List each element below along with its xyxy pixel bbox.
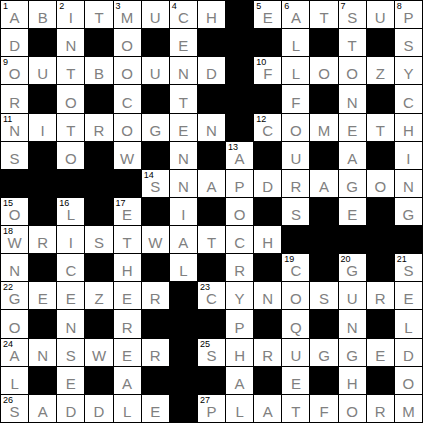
block-r1c5: [142, 29, 169, 56]
cell-r10c13[interactable]: R: [367, 282, 394, 309]
cell-r1c6[interactable]: E: [170, 29, 197, 56]
cell-r8c8[interactable]: C: [226, 226, 253, 253]
cell-r5c12[interactable]: A: [339, 142, 366, 169]
cell-r0c10[interactable]: 6A: [282, 1, 309, 28]
cell-letter: R: [37, 235, 48, 253]
cell-r10c11[interactable]: S: [310, 282, 337, 309]
cell-r0c9[interactable]: 5E: [254, 1, 281, 28]
cell-r10c8[interactable]: Y: [226, 282, 253, 309]
cell-letter: O: [121, 123, 133, 141]
cell-letter: O: [374, 179, 386, 197]
cell-r10c3[interactable]: Z: [85, 282, 112, 309]
block-r13c13: [367, 367, 394, 394]
cell-letter: W: [120, 151, 134, 169]
cell-letter: D: [94, 404, 105, 422]
block-r3c5: [142, 85, 169, 112]
cell-r2c6[interactable]: N: [170, 57, 197, 84]
cell-r4c0[interactable]: 11N: [1, 114, 28, 141]
block-r3c11: [310, 85, 337, 112]
cell-r14c13[interactable]: R: [367, 395, 394, 422]
clue-number: 19: [284, 255, 294, 264]
cell-r12c0[interactable]: 24A: [1, 339, 28, 366]
cell-r1c12[interactable]: T: [339, 29, 366, 56]
cell-letter: T: [291, 404, 300, 422]
cell-r4c4[interactable]: O: [114, 114, 141, 141]
block-r3c9: [254, 85, 281, 112]
cell-r0c0[interactable]: 1A: [1, 1, 28, 28]
cell-letter: I: [406, 151, 410, 169]
cell-letter: N: [178, 66, 189, 84]
clue-number: 1: [3, 2, 8, 11]
cell-r14c4[interactable]: L: [114, 395, 141, 422]
cell-r12c3[interactable]: W: [85, 339, 112, 366]
block-r5c9: [254, 142, 281, 169]
block-r11c11: [310, 310, 337, 337]
cell-letter: T: [66, 66, 75, 84]
cell-r5c8[interactable]: 13A: [226, 142, 253, 169]
cell-letter: W: [7, 235, 21, 253]
cell-letter: R: [122, 320, 133, 338]
cell-r11c14[interactable]: L: [395, 310, 422, 337]
cell-r13c14[interactable]: O: [395, 367, 422, 394]
cell-r14c1[interactable]: A: [29, 395, 56, 422]
cell-r10c4[interactable]: E: [114, 282, 141, 309]
cell-r13c12[interactable]: H: [339, 367, 366, 394]
cell-letter: A: [38, 404, 48, 422]
block-r8c12: [339, 226, 366, 253]
cell-letter: H: [347, 376, 358, 394]
block-r3c3: [85, 85, 112, 112]
cell-r2c12[interactable]: O: [339, 57, 366, 84]
cell-letter: D: [9, 38, 20, 56]
cell-r14c10[interactable]: T: [282, 395, 309, 422]
cell-letter: A: [206, 179, 216, 197]
cell-r7c10[interactable]: S: [282, 198, 309, 225]
cell-r4c7[interactable]: N: [198, 114, 225, 141]
cell-letter: C: [234, 235, 245, 253]
cell-letter: N: [206, 123, 217, 141]
cell-r12c11[interactable]: G: [310, 339, 337, 366]
cell-r0c1[interactable]: B: [29, 1, 56, 28]
cell-r11c0[interactable]: O: [1, 310, 28, 337]
cell-r8c4[interactable]: T: [114, 226, 141, 253]
cell-r10c14[interactable]: E: [395, 282, 422, 309]
cell-r5c10[interactable]: U: [282, 142, 309, 169]
cell-letter: L: [404, 320, 412, 338]
clue-number: 11: [3, 115, 12, 124]
cell-r3c14[interactable]: C: [395, 85, 422, 112]
cell-r7c14[interactable]: G: [395, 198, 422, 225]
cell-letter: M: [402, 404, 415, 422]
cell-r1c14[interactable]: S: [395, 29, 422, 56]
block-r11c9: [254, 310, 281, 337]
cell-letter: E: [178, 38, 188, 56]
cell-letter: E: [347, 123, 357, 141]
cell-r4c10[interactable]: O: [282, 114, 309, 141]
cell-letter: P: [235, 179, 245, 197]
block-r13c9: [254, 367, 281, 394]
cell-letter: D: [262, 179, 273, 197]
cell-r8c6[interactable]: A: [170, 226, 197, 253]
cell-letter: S: [66, 348, 76, 366]
cell-r6c11[interactable]: A: [310, 170, 337, 197]
cell-r14c14[interactable]: M: [395, 395, 422, 422]
cell-letter: L: [67, 207, 75, 225]
cell-r9c2[interactable]: C: [57, 254, 84, 281]
cell-r12c2[interactable]: S: [57, 339, 84, 366]
cell-letter: R: [234, 263, 245, 281]
block-r14c6: [170, 395, 197, 422]
cell-r14c5[interactable]: E: [142, 395, 169, 422]
cell-letter: C: [262, 123, 273, 141]
cell-r6c5[interactable]: 14S: [142, 170, 169, 197]
cell-r0c12[interactable]: 7S: [339, 1, 366, 28]
cell-r8c1[interactable]: R: [29, 226, 56, 253]
clue-number: 20: [341, 255, 351, 264]
cell-letter: R: [375, 291, 386, 309]
cell-r14c3[interactable]: D: [85, 395, 112, 422]
crossword-grid: 1AB2IT3MU4CH5E6AT7SU8PDNOELTS9OUTBOUND10…: [0, 0, 423, 423]
cell-r6c7[interactable]: A: [198, 170, 225, 197]
cell-r9c0[interactable]: N: [1, 254, 28, 281]
cell-r6c13[interactable]: O: [367, 170, 394, 197]
cell-r7c12[interactable]: E: [339, 198, 366, 225]
cell-letter: O: [121, 38, 133, 56]
block-r6c3: [85, 170, 112, 197]
block-r3c13: [367, 85, 394, 112]
block-r9c9: [254, 254, 281, 281]
cell-letter: E: [122, 291, 132, 309]
block-r13c5: [142, 367, 169, 394]
cell-r8c9[interactable]: H: [254, 226, 281, 253]
cell-letter: O: [9, 320, 21, 338]
cell-r12c12[interactable]: G: [339, 339, 366, 366]
cell-r14c11[interactable]: F: [310, 395, 337, 422]
cell-letter: N: [178, 151, 189, 169]
cell-r9c4[interactable]: H: [114, 254, 141, 281]
block-r4c8: [226, 114, 253, 141]
cell-r9c12[interactable]: 20G: [339, 254, 366, 281]
cell-r6c10[interactable]: R: [282, 170, 309, 197]
cell-letter: C: [403, 95, 414, 113]
cell-r14c0[interactable]: 26S: [1, 395, 28, 422]
cell-r4c1[interactable]: I: [29, 114, 56, 141]
cell-r1c2[interactable]: N: [57, 29, 84, 56]
block-r6c4: [114, 170, 141, 197]
clue-number: 14: [144, 171, 154, 180]
cell-r2c7[interactable]: D: [198, 57, 225, 84]
cell-r6c9[interactable]: D: [254, 170, 281, 197]
cell-letter: S: [150, 179, 160, 197]
cell-r4c13[interactable]: T: [367, 114, 394, 141]
cell-letter: G: [9, 291, 21, 309]
cell-r2c2[interactable]: T: [57, 57, 84, 84]
cell-r10c5[interactable]: R: [142, 282, 169, 309]
block-r1c11: [310, 29, 337, 56]
clue-number: 8: [397, 2, 402, 11]
cell-r14c12[interactable]: O: [339, 395, 366, 422]
cell-r10c9[interactable]: N: [254, 282, 281, 309]
cell-r1c10[interactable]: L: [282, 29, 309, 56]
cell-r4c11[interactable]: M: [310, 114, 337, 141]
block-r9c1: [29, 254, 56, 281]
cell-r5c0[interactable]: S: [1, 142, 28, 169]
clue-number: 6: [284, 2, 289, 11]
clue-number: 5: [256, 2, 261, 11]
cell-r11c2[interactable]: N: [57, 310, 84, 337]
cell-letter: T: [66, 123, 75, 141]
cell-r3c12[interactable]: N: [339, 85, 366, 112]
cell-letter: S: [10, 151, 20, 169]
cell-letter: T: [123, 235, 132, 253]
cell-letter: T: [376, 123, 385, 141]
cell-r0c14[interactable]: 8P: [395, 1, 422, 28]
cell-letter: O: [9, 66, 21, 84]
cell-letter: Q: [290, 320, 302, 338]
cell-r8c3[interactable]: S: [85, 226, 112, 253]
cell-r11c12[interactable]: N: [339, 310, 366, 337]
cell-r10c0[interactable]: 22G: [1, 282, 28, 309]
cell-letter: S: [206, 348, 216, 366]
clue-number: 22: [3, 283, 13, 292]
cell-r2c14[interactable]: Y: [395, 57, 422, 84]
cell-letter: L: [10, 376, 18, 394]
cell-letter: O: [403, 376, 415, 394]
cell-r8c0[interactable]: 18W: [1, 226, 28, 253]
cell-r2c11[interactable]: O: [310, 57, 337, 84]
clue-number: 13: [228, 143, 238, 152]
cell-r11c4[interactable]: R: [114, 310, 141, 337]
cell-letter: O: [290, 291, 302, 309]
cell-r6c14[interactable]: N: [395, 170, 422, 197]
cell-r6c6[interactable]: N: [170, 170, 197, 197]
cell-letter: B: [94, 66, 104, 84]
block-r0c8: [226, 1, 253, 28]
cell-letter: C: [206, 291, 217, 309]
cell-letter: O: [346, 404, 358, 422]
block-r11c13: [367, 310, 394, 337]
cell-letter: G: [149, 123, 161, 141]
cell-r0c13[interactable]: U: [367, 1, 394, 28]
cell-r8c7[interactable]: T: [198, 226, 225, 253]
cell-r7c0[interactable]: 15O: [1, 198, 28, 225]
cell-r2c1[interactable]: U: [29, 57, 56, 84]
cell-r4c9[interactable]: 12C: [254, 114, 281, 141]
cell-r13c2[interactable]: E: [57, 367, 84, 394]
cell-letter: S: [347, 10, 357, 28]
cell-letter: U: [347, 291, 358, 309]
clue-number: 2: [59, 2, 64, 11]
cell-r12c4[interactable]: E: [114, 339, 141, 366]
cell-r2c4[interactable]: O: [114, 57, 141, 84]
cell-r2c3[interactable]: B: [85, 57, 112, 84]
cell-r12c14[interactable]: D: [395, 339, 422, 366]
cell-letter: R: [9, 95, 20, 113]
cell-letter: E: [263, 10, 273, 28]
cell-letter: S: [403, 38, 413, 56]
cell-r3c10[interactable]: F: [282, 85, 309, 112]
cell-r5c14[interactable]: I: [395, 142, 422, 169]
cell-letter: O: [9, 207, 21, 225]
cell-r14c2[interactable]: D: [57, 395, 84, 422]
cell-letter: E: [38, 291, 48, 309]
block-r5c3: [85, 142, 112, 169]
cell-letter: N: [65, 38, 76, 56]
cell-r3c2[interactable]: O: [57, 85, 84, 112]
block-r11c3: [85, 310, 112, 337]
cell-r14c8[interactable]: L: [226, 395, 253, 422]
clue-number: 4: [172, 2, 177, 11]
cell-letter: U: [150, 10, 161, 28]
cell-r8c5[interactable]: W: [142, 226, 169, 253]
block-r1c9: [254, 29, 281, 56]
cell-letter: Y: [235, 291, 245, 309]
cell-r9c8[interactable]: R: [226, 254, 253, 281]
cell-letter: F: [291, 95, 300, 113]
cell-r3c0[interactable]: R: [1, 85, 28, 112]
cell-r12c1[interactable]: N: [29, 339, 56, 366]
block-r6c1: [29, 170, 56, 197]
cell-r13c4[interactable]: A: [114, 367, 141, 394]
cell-r1c4[interactable]: O: [114, 29, 141, 56]
cell-r5c4[interactable]: W: [114, 142, 141, 169]
cell-r10c7[interactable]: 23C: [198, 282, 225, 309]
cell-r0c7[interactable]: H: [198, 1, 225, 28]
cell-r9c10[interactable]: 19C: [282, 254, 309, 281]
cell-r10c10[interactable]: O: [282, 282, 309, 309]
block-r3c7: [198, 85, 225, 112]
cell-letter: G: [346, 348, 358, 366]
clue-number: 21: [397, 255, 407, 264]
cell-r14c9[interactable]: A: [254, 395, 281, 422]
cell-letter: T: [319, 10, 328, 28]
cell-letter: G: [318, 348, 330, 366]
cell-r11c10[interactable]: Q: [282, 310, 309, 337]
block-r1c8: [226, 29, 253, 56]
cell-letter: A: [178, 235, 188, 253]
cell-letter: N: [262, 291, 273, 309]
cell-r9c6[interactable]: L: [170, 254, 197, 281]
block-r13c6: [170, 367, 197, 394]
cell-letter: G: [346, 263, 358, 281]
block-r8c13: [367, 226, 394, 253]
cell-letter: S: [94, 235, 104, 253]
cell-r0c3[interactable]: T: [85, 1, 112, 28]
cell-r10c2[interactable]: E: [57, 282, 84, 309]
cell-letter: U: [375, 10, 386, 28]
cell-r6c8[interactable]: P: [226, 170, 253, 197]
cell-r2c0[interactable]: 9O: [1, 57, 28, 84]
cell-letter: A: [10, 10, 20, 28]
cell-r13c0[interactable]: L: [1, 367, 28, 394]
cell-r7c6[interactable]: I: [170, 198, 197, 225]
cell-r4c3[interactable]: R: [85, 114, 112, 141]
cell-letter: T: [179, 95, 188, 113]
cell-r7c2[interactable]: 16L: [57, 198, 84, 225]
block-r13c11: [310, 367, 337, 394]
cell-r0c5[interactable]: U: [142, 1, 169, 28]
cell-letter: U: [150, 66, 161, 84]
cell-r4c6[interactable]: E: [170, 114, 197, 141]
cell-r0c2[interactable]: 2I: [57, 1, 84, 28]
cell-r4c12[interactable]: E: [339, 114, 366, 141]
clue-number: 27: [200, 396, 210, 405]
cell-r6c12[interactable]: G: [339, 170, 366, 197]
cell-r7c4[interactable]: 17E: [114, 198, 141, 225]
block-r7c5: [142, 198, 169, 225]
block-r7c7: [198, 198, 225, 225]
cell-letter: A: [319, 179, 329, 197]
cell-r4c5[interactable]: G: [142, 114, 169, 141]
cell-r12c13[interactable]: E: [367, 339, 394, 366]
cell-letter: T: [207, 235, 216, 253]
cell-letter: E: [122, 348, 132, 366]
clue-number: 18: [3, 227, 13, 236]
cell-r12c7[interactable]: 25S: [198, 339, 225, 366]
clue-number: 10: [256, 58, 266, 67]
cell-r14c7[interactable]: 27P: [198, 395, 225, 422]
cell-r0c4[interactable]: 3M: [114, 1, 141, 28]
cell-r3c6[interactable]: T: [170, 85, 197, 112]
cell-r2c10[interactable]: L: [282, 57, 309, 84]
cell-r10c1[interactable]: E: [29, 282, 56, 309]
clue-number: 23: [200, 283, 210, 292]
cell-r8c2[interactable]: I: [57, 226, 84, 253]
cell-r3c4[interactable]: C: [114, 85, 141, 112]
cell-r5c6[interactable]: N: [170, 142, 197, 169]
cell-r0c11[interactable]: T: [310, 1, 337, 28]
cell-letter: T: [348, 38, 357, 56]
cell-r12c8[interactable]: H: [226, 339, 253, 366]
cell-r12c5[interactable]: R: [142, 339, 169, 366]
cell-r10c12[interactable]: U: [339, 282, 366, 309]
cell-letter: C: [122, 95, 133, 113]
cell-r13c8[interactable]: A: [226, 367, 253, 394]
cell-r1c0[interactable]: D: [1, 29, 28, 56]
cell-r2c13[interactable]: Z: [367, 57, 394, 84]
cell-r11c8[interactable]: P: [226, 310, 253, 337]
cell-letter: O: [346, 66, 358, 84]
cell-r2c5[interactable]: U: [142, 57, 169, 84]
cell-r13c10[interactable]: E: [282, 367, 309, 394]
block-r11c7: [198, 310, 225, 337]
clue-number: 16: [59, 199, 69, 208]
cell-r4c2[interactable]: T: [57, 114, 84, 141]
cell-r9c14[interactable]: 21S: [395, 254, 422, 281]
block-r13c1: [29, 367, 56, 394]
cell-r7c8[interactable]: O: [226, 198, 253, 225]
cell-r12c9[interactable]: R: [254, 339, 281, 366]
block-r7c3: [85, 198, 112, 225]
cell-letter: N: [9, 123, 20, 141]
clue-number: 12: [256, 115, 266, 124]
block-r1c7: [198, 29, 225, 56]
cell-r5c2[interactable]: O: [57, 142, 84, 169]
block-r12c6: [170, 339, 197, 366]
cell-letter: L: [292, 38, 300, 56]
cell-letter: W: [148, 235, 162, 253]
clue-number: 3: [116, 2, 121, 11]
block-r6c0: [1, 170, 28, 197]
cell-r12c10[interactable]: U: [282, 339, 309, 366]
cell-letter: Y: [403, 66, 413, 84]
cell-r4c14[interactable]: H: [395, 114, 422, 141]
cell-r2c9[interactable]: 10F: [254, 57, 281, 84]
cell-r0c6[interactable]: 4C: [170, 1, 197, 28]
cell-letter: P: [206, 404, 216, 422]
cell-letter: M: [318, 123, 331, 141]
block-r8c11: [310, 226, 337, 253]
